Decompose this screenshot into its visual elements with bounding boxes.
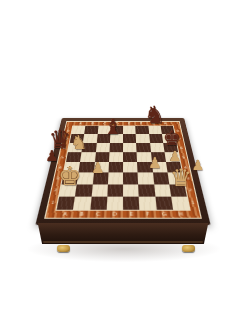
piece-white-pawn-e: ♟ bbox=[148, 156, 161, 171]
piece-black-knight: ♞ bbox=[144, 103, 166, 127]
piece-black-bishop: ♝ bbox=[104, 117, 123, 138]
piece-white-queen: ♛ bbox=[170, 166, 192, 190]
piece-white-king: ♚ bbox=[58, 163, 81, 189]
piece-black-pawn-a: ♟ bbox=[45, 149, 58, 164]
piece-white-knight: ♞ bbox=[70, 133, 87, 152]
pieces-layer: ♛♟♞♚♟♝♞♚♟♟♛♟ bbox=[0, 0, 246, 328]
product-photo: ABCDEFGH ABCDEFGH 87654321 87654321 ♛♟♞♚… bbox=[0, 0, 246, 328]
piece-white-pawn-h: ♟ bbox=[192, 158, 205, 172]
piece-white-pawn-g: ♟ bbox=[169, 149, 182, 163]
piece-white-pawn-c: ♟ bbox=[91, 161, 104, 176]
piece-black-king: ♚ bbox=[163, 128, 181, 148]
